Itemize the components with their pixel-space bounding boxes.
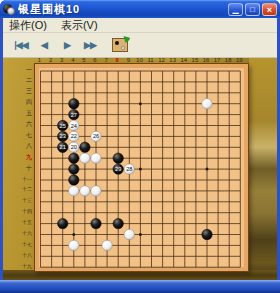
row-label-12: 十二: [11, 186, 32, 193]
stone-white: [91, 186, 101, 196]
stone-black: [69, 153, 79, 163]
stone-white: 28: [124, 164, 134, 174]
app-window: 银星围棋10 ▁□× 操作(O)表示(V) |◀◀◀▶▶▶ 1234567891…: [0, 0, 280, 293]
window-bottom-border: [0, 280, 280, 293]
menu-item-0[interactable]: 操作(O): [9, 18, 47, 33]
title-bar: 银星围棋10 ▁□×: [0, 0, 280, 18]
row-label-4: 四: [11, 99, 32, 106]
stone-black: [202, 229, 212, 239]
stone-white: [80, 153, 90, 163]
row-label-17: 十七: [11, 241, 32, 248]
byobu-mountains-right: [249, 58, 277, 280]
go-to-end-button[interactable]: ▶▶: [80, 35, 100, 55]
move-number: 23: [60, 133, 66, 139]
window-controls: ▁□×: [228, 3, 277, 16]
stone-white: [202, 99, 212, 109]
stone-black: [69, 99, 79, 109]
board-edit-button[interactable]: [109, 35, 131, 56]
row-label-19: 十九: [11, 263, 32, 270]
row-label-2: 二: [11, 77, 32, 84]
stone-black: [58, 218, 68, 228]
window-title: 银星围棋10: [18, 2, 228, 17]
stone-white: 22: [69, 131, 79, 141]
row-label-1: 一: [11, 67, 32, 74]
stone-white: [80, 186, 90, 196]
stone-black: 27: [69, 109, 79, 119]
stone-black: [69, 175, 79, 185]
row-label-14: 十四: [11, 208, 32, 215]
star-point: [139, 168, 142, 171]
row-label-10: 十: [11, 165, 32, 172]
go-board[interactable]: 27252423222621202928: [34, 63, 249, 272]
stone-black: [113, 218, 123, 228]
stone-black: 21: [58, 142, 68, 152]
row-label-5: 五: [11, 110, 32, 117]
stone-black: [91, 218, 101, 228]
row-label-18: 十八: [11, 252, 32, 259]
stone-white: 20: [69, 142, 79, 152]
stone-black: [80, 142, 90, 152]
stone-white: 26: [91, 131, 101, 141]
move-number: 22: [71, 133, 77, 139]
star-point: [72, 233, 75, 236]
stone-white: [91, 153, 101, 163]
row-label-11: 十一: [11, 176, 32, 183]
stone-white: 24: [69, 120, 79, 130]
star-point: [139, 102, 142, 105]
app-icon: [3, 3, 15, 15]
step-forward-button[interactable]: ▶: [57, 35, 77, 55]
stone-black: 25: [58, 120, 68, 130]
menu-bar: 操作(O)表示(V): [3, 18, 277, 33]
move-number: 25: [60, 123, 66, 129]
move-number: 27: [71, 112, 77, 118]
move-number: 21: [60, 144, 66, 150]
stone-white: [69, 186, 79, 196]
toolbar: |◀◀◀▶▶▶: [3, 33, 277, 58]
move-number: 20: [71, 144, 77, 150]
step-back-button[interactable]: ◀: [34, 35, 54, 55]
row-label-7: 七: [11, 132, 32, 139]
row-label-13: 十三: [11, 197, 32, 204]
stone-white: [124, 229, 134, 239]
stone-black: [69, 164, 79, 174]
close-button[interactable]: ×: [262, 3, 277, 16]
board-background: 12345678910111213141516171819 一二三四五六七八九十…: [3, 58, 277, 280]
go-to-start-button[interactable]: |◀◀: [11, 35, 31, 55]
stone-white: [102, 240, 112, 250]
minimize-button[interactable]: ▁: [228, 3, 243, 16]
star-point: [206, 168, 209, 171]
row-label-16: 十六: [11, 230, 32, 237]
star-point: [139, 233, 142, 236]
move-number: 29: [115, 166, 121, 172]
stone-black: 23: [58, 131, 68, 141]
move-number: 26: [93, 133, 99, 139]
move-number: 24: [71, 123, 77, 129]
stone-white: [69, 240, 79, 250]
maximize-button[interactable]: □: [245, 3, 260, 16]
stone-black: 29: [113, 164, 123, 174]
row-label-8: 八: [11, 143, 32, 150]
board-edit-icon: [112, 38, 128, 52]
stone-black: [113, 153, 123, 163]
move-number: 28: [126, 166, 132, 172]
go-board-svg: 27252423222621202928: [35, 64, 250, 273]
row-label-3: 三: [11, 88, 32, 95]
row-label-15: 十五: [11, 219, 32, 226]
menu-item-1[interactable]: 表示(V): [61, 18, 98, 33]
row-label-9: 九: [11, 154, 32, 161]
row-label-6: 六: [11, 121, 32, 128]
